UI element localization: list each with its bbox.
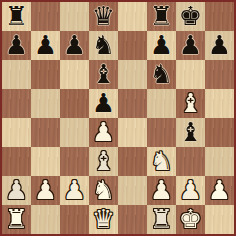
square-b8[interactable] [31,2,60,31]
piece-white-pawn: ♟ [63,177,86,203]
square-f1[interactable]: ♜ [147,205,176,234]
square-c7[interactable]: ♟ [60,31,89,60]
square-a7[interactable]: ♟ [2,31,31,60]
square-c1[interactable] [60,205,89,234]
piece-white-queen: ♛ [92,206,115,232]
square-a8[interactable]: ♜ [2,2,31,31]
square-c4[interactable] [60,118,89,147]
square-h5[interactable] [205,89,234,118]
square-h6[interactable] [205,60,234,89]
square-c6[interactable] [60,60,89,89]
square-g2[interactable]: ♟ [176,176,205,205]
board-frame: ♜♛♜♚♟♟♟♞♟♟♟♝♞♟♝♟♝♝♞♟♟♟♞♟♟♟♜♛♜♚ [0,0,236,236]
square-f3[interactable]: ♞ [147,147,176,176]
piece-black-pawn: ♟ [5,32,28,58]
square-d2[interactable]: ♞ [89,176,118,205]
piece-white-pawn: ♟ [5,177,28,203]
square-h1[interactable] [205,205,234,234]
square-f8[interactable]: ♜ [147,2,176,31]
square-c2[interactable]: ♟ [60,176,89,205]
square-b7[interactable]: ♟ [31,31,60,60]
piece-white-knight: ♞ [92,177,115,203]
square-a1[interactable]: ♜ [2,205,31,234]
piece-white-rook: ♜ [5,206,28,232]
piece-white-pawn: ♟ [92,119,115,145]
square-h4[interactable] [205,118,234,147]
piece-black-knight: ♞ [92,32,115,58]
square-d1[interactable]: ♛ [89,205,118,234]
square-f6[interactable]: ♞ [147,60,176,89]
square-h7[interactable]: ♟ [205,31,234,60]
square-b1[interactable] [31,205,60,234]
square-g1[interactable]: ♚ [176,205,205,234]
piece-black-bishop: ♝ [92,61,115,87]
square-g3[interactable] [176,147,205,176]
square-g7[interactable]: ♟ [176,31,205,60]
square-h8[interactable] [205,2,234,31]
square-g6[interactable] [176,60,205,89]
square-b3[interactable] [31,147,60,176]
square-d4[interactable]: ♟ [89,118,118,147]
square-b4[interactable] [31,118,60,147]
square-e2[interactable] [118,176,147,205]
square-a5[interactable] [2,89,31,118]
square-d7[interactable]: ♞ [89,31,118,60]
piece-white-rook: ♜ [150,206,173,232]
square-f5[interactable] [147,89,176,118]
square-e6[interactable] [118,60,147,89]
square-d5[interactable]: ♟ [89,89,118,118]
piece-white-king: ♚ [179,206,202,232]
piece-white-pawn: ♟ [34,177,57,203]
square-a6[interactable] [2,60,31,89]
piece-white-knight: ♞ [150,148,173,174]
piece-white-pawn: ♟ [208,177,231,203]
piece-black-queen: ♛ [92,3,115,29]
square-e5[interactable] [118,89,147,118]
square-g4[interactable]: ♝ [176,118,205,147]
piece-black-pawn: ♟ [34,32,57,58]
square-e1[interactable] [118,205,147,234]
piece-black-pawn: ♟ [150,32,173,58]
piece-black-rook: ♜ [5,3,28,29]
square-h2[interactable]: ♟ [205,176,234,205]
piece-black-pawn: ♟ [92,90,115,116]
square-g5[interactable]: ♝ [176,89,205,118]
square-a3[interactable] [2,147,31,176]
square-f2[interactable]: ♟ [147,176,176,205]
piece-black-pawn: ♟ [208,32,231,58]
square-h3[interactable] [205,147,234,176]
square-e7[interactable] [118,31,147,60]
piece-white-pawn: ♟ [150,177,173,203]
piece-white-pawn: ♟ [179,177,202,203]
square-b2[interactable]: ♟ [31,176,60,205]
piece-black-pawn: ♟ [179,32,202,58]
square-e8[interactable] [118,2,147,31]
square-f4[interactable] [147,118,176,147]
square-b5[interactable] [31,89,60,118]
chess-board: ♜♛♜♚♟♟♟♞♟♟♟♝♞♟♝♟♝♝♞♟♟♟♞♟♟♟♜♛♜♚ [2,2,234,234]
square-e3[interactable] [118,147,147,176]
square-d3[interactable]: ♝ [89,147,118,176]
piece-black-king: ♚ [179,3,202,29]
square-e4[interactable] [118,118,147,147]
piece-black-rook: ♜ [150,3,173,29]
square-c3[interactable] [60,147,89,176]
square-d8[interactable]: ♛ [89,2,118,31]
piece-white-bishop: ♝ [179,90,202,116]
square-f7[interactable]: ♟ [147,31,176,60]
square-a4[interactable] [2,118,31,147]
square-d6[interactable]: ♝ [89,60,118,89]
piece-white-bishop: ♝ [92,148,115,174]
square-g8[interactable]: ♚ [176,2,205,31]
square-c5[interactable] [60,89,89,118]
square-b6[interactable] [31,60,60,89]
piece-black-knight: ♞ [150,61,173,87]
square-c8[interactable] [60,2,89,31]
piece-black-pawn: ♟ [63,32,86,58]
square-a2[interactable]: ♟ [2,176,31,205]
piece-black-bishop: ♝ [179,119,202,145]
